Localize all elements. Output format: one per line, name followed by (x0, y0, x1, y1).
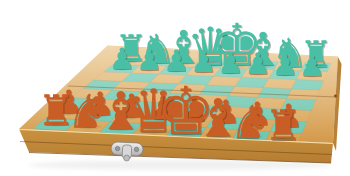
piece-orange-rook[interactable]: ♜ (264, 105, 302, 147)
pieces-layer: ♜♞♝♛♚♝♞♜♟♟♟♟♟♟♟♟♟♟♟♟♟♟♜♟♞♟♝♛♚♝♞♜ (0, 0, 350, 176)
piece-teal-pawn[interactable]: ♟ (217, 48, 243, 78)
board-stage: ♜♞♝♛♚♝♞♜♟♟♟♟♟♟♟♟♟♟♟♟♟♟♜♟♞♟♝♛♚♝♞♜ (0, 0, 350, 176)
piece-teal-pawn[interactable]: ♟ (272, 50, 298, 80)
chess-set-photo: ♜♞♝♛♚♝♞♜♟♟♟♟♟♟♟♟♟♟♟♟♟♟♜♟♞♟♝♛♚♝♞♜ (0, 0, 350, 176)
piece-teal-pawn[interactable]: ♟ (245, 49, 271, 79)
piece-teal-pawn[interactable]: ♟ (299, 51, 325, 81)
piece-teal-pawn[interactable]: ♟ (109, 44, 135, 74)
piece-teal-pawn[interactable]: ♟ (136, 45, 162, 75)
